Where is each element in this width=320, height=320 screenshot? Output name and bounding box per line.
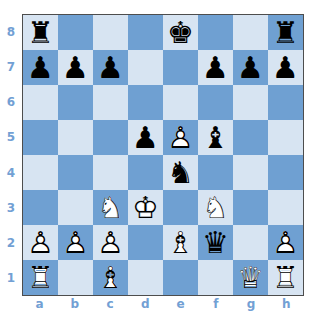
black-bishop: ♝	[198, 120, 233, 155]
square-e4[interactable]: ♞	[163, 155, 198, 190]
square-d5[interactable]: ♟	[128, 120, 163, 155]
square-e1[interactable]	[163, 260, 198, 295]
square-f8[interactable]	[198, 15, 233, 50]
file-label-f: f	[198, 297, 233, 319]
square-f1[interactable]	[198, 260, 233, 295]
file-label-c: c	[93, 297, 128, 319]
square-f6[interactable]	[198, 85, 233, 120]
square-a5[interactable]	[23, 120, 58, 155]
white-pawn: ♟♙	[23, 225, 58, 260]
square-a1[interactable]: ♜♖	[23, 260, 58, 295]
square-b3[interactable]	[58, 190, 93, 225]
square-g6[interactable]	[233, 85, 268, 120]
square-c6[interactable]	[93, 85, 128, 120]
rank-label-6: 6	[0, 85, 22, 120]
file-label-e: e	[163, 297, 198, 319]
black-pawn: ♟	[268, 50, 303, 85]
square-f7[interactable]: ♟	[198, 50, 233, 85]
square-g8[interactable]	[233, 15, 268, 50]
black-queen: ♛	[198, 225, 233, 260]
file-label-h: h	[269, 297, 304, 319]
square-g1[interactable]: ♛♕	[233, 260, 268, 295]
file-label-a: a	[22, 297, 57, 319]
file-label-b: b	[57, 297, 92, 319]
square-d8[interactable]	[128, 15, 163, 50]
black-pawn: ♟	[128, 120, 163, 155]
white-rook: ♜♖	[23, 260, 58, 295]
square-a3[interactable]	[23, 190, 58, 225]
square-c1[interactable]: ♝♗	[93, 260, 128, 295]
square-c8[interactable]	[93, 15, 128, 50]
square-a2[interactable]: ♟♙	[23, 225, 58, 260]
black-pawn: ♟	[58, 50, 93, 85]
square-a8[interactable]: ♜	[23, 15, 58, 50]
black-rook: ♜	[268, 15, 303, 50]
white-bishop: ♝♗	[93, 260, 128, 295]
square-a7[interactable]: ♟	[23, 50, 58, 85]
rank-label-1: 1	[0, 261, 22, 296]
white-knight: ♞♘	[198, 190, 233, 225]
square-b8[interactable]	[58, 15, 93, 50]
square-b2[interactable]: ♟♙	[58, 225, 93, 260]
white-bishop: ♝♗	[163, 225, 198, 260]
square-a6[interactable]	[23, 85, 58, 120]
black-pawn: ♟	[233, 50, 268, 85]
square-b4[interactable]	[58, 155, 93, 190]
square-c5[interactable]	[93, 120, 128, 155]
square-f3[interactable]: ♞♘	[198, 190, 233, 225]
rank-labels: 87654321	[0, 14, 22, 296]
square-d7[interactable]	[128, 50, 163, 85]
white-queen: ♛♕	[233, 260, 268, 295]
square-c3[interactable]: ♞♘	[93, 190, 128, 225]
square-e5[interactable]: ♟♙	[163, 120, 198, 155]
rank-label-8: 8	[0, 14, 22, 49]
square-e8[interactable]: ♚	[163, 15, 198, 50]
square-e2[interactable]: ♝♗	[163, 225, 198, 260]
square-d1[interactable]	[128, 260, 163, 295]
square-f5[interactable]: ♝	[198, 120, 233, 155]
square-c2[interactable]: ♟♙	[93, 225, 128, 260]
square-h6[interactable]	[268, 85, 303, 120]
white-knight: ♞♘	[93, 190, 128, 225]
square-h1[interactable]: ♜♖	[268, 260, 303, 295]
square-c4[interactable]	[93, 155, 128, 190]
black-pawn: ♟	[23, 50, 58, 85]
black-knight: ♞	[163, 155, 198, 190]
square-e6[interactable]	[163, 85, 198, 120]
square-g5[interactable]	[233, 120, 268, 155]
square-b7[interactable]: ♟	[58, 50, 93, 85]
rank-label-5: 5	[0, 120, 22, 155]
square-h2[interactable]: ♟♙	[268, 225, 303, 260]
rank-label-3: 3	[0, 190, 22, 225]
white-pawn: ♟♙	[58, 225, 93, 260]
chess-diagram-page: 87654321 ♜♚♜♟♟♟♟♟♟♟♟♙♝♞♞♘♚♔♞♘♟♙♟♙♟♙♝♗♛♟♙…	[0, 0, 320, 320]
square-b1[interactable]	[58, 260, 93, 295]
white-pawn: ♟♙	[163, 120, 198, 155]
white-pawn: ♟♙	[93, 225, 128, 260]
square-a4[interactable]	[23, 155, 58, 190]
white-rook: ♜♖	[268, 260, 303, 295]
square-h3[interactable]	[268, 190, 303, 225]
chess-board: ♜♚♜♟♟♟♟♟♟♟♟♙♝♞♞♘♚♔♞♘♟♙♟♙♟♙♝♗♛♟♙♜♖♝♗♛♕♜♖	[22, 14, 304, 296]
white-king: ♚♔	[128, 190, 163, 225]
square-d4[interactable]	[128, 155, 163, 190]
square-g3[interactable]	[233, 190, 268, 225]
black-pawn: ♟	[93, 50, 128, 85]
square-d3[interactable]: ♚♔	[128, 190, 163, 225]
square-b6[interactable]	[58, 85, 93, 120]
square-d2[interactable]	[128, 225, 163, 260]
square-b5[interactable]	[58, 120, 93, 155]
white-pawn: ♟♙	[268, 225, 303, 260]
square-g2[interactable]	[233, 225, 268, 260]
square-f4[interactable]	[198, 155, 233, 190]
square-h7[interactable]: ♟	[268, 50, 303, 85]
file-label-g: g	[234, 297, 269, 319]
square-e7[interactable]	[163, 50, 198, 85]
rank-label-7: 7	[0, 49, 22, 84]
square-h5[interactable]	[268, 120, 303, 155]
file-labels: abcdefgh	[22, 297, 304, 319]
square-d6[interactable]	[128, 85, 163, 120]
black-rook: ♜	[23, 15, 58, 50]
square-c7[interactable]: ♟	[93, 50, 128, 85]
square-g4[interactable]	[233, 155, 268, 190]
black-pawn: ♟	[198, 50, 233, 85]
rank-label-4: 4	[0, 155, 22, 190]
square-h4[interactable]	[268, 155, 303, 190]
square-h8[interactable]: ♜	[268, 15, 303, 50]
rank-label-2: 2	[0, 226, 22, 261]
file-label-d: d	[128, 297, 163, 319]
black-king: ♚	[163, 15, 198, 50]
square-e3[interactable]	[163, 190, 198, 225]
square-f2[interactable]: ♛	[198, 225, 233, 260]
square-g7[interactable]: ♟	[233, 50, 268, 85]
